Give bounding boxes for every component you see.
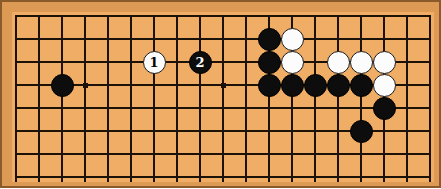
go-diagram: 12 (0, 0, 441, 188)
stone-white (327, 51, 350, 74)
stone-black (258, 28, 281, 51)
go-board: 12 (12, 12, 434, 182)
stone-layer: 12 (5, 5, 441, 189)
stone-white (281, 28, 304, 51)
stone-black (281, 74, 304, 97)
stone-white-move-1: 1 (143, 51, 166, 74)
stone-black (258, 74, 281, 97)
stone-black (51, 74, 74, 97)
stone-white (350, 51, 373, 74)
stone-black (258, 51, 281, 74)
stone-white (373, 51, 396, 74)
stone-black (304, 74, 327, 97)
stone-black-move-2: 2 (189, 51, 212, 74)
stone-white (373, 74, 396, 97)
stone-black (350, 74, 373, 97)
stone-black (327, 74, 350, 97)
stone-black (373, 97, 396, 120)
stone-black (350, 120, 373, 143)
go-board-frame: 12 (0, 0, 441, 188)
stone-white (281, 51, 304, 74)
